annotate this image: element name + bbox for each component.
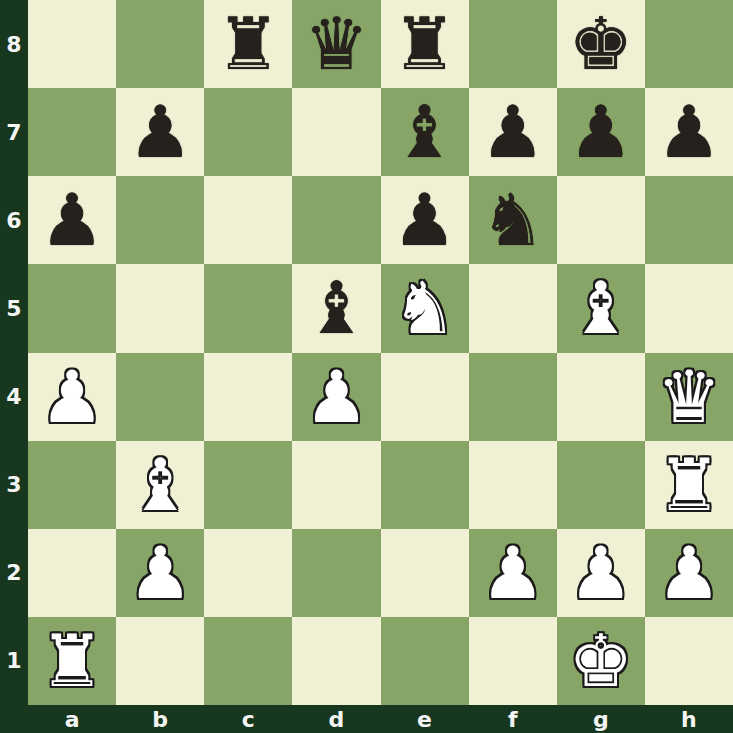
square-g3[interactable] bbox=[557, 441, 645, 529]
piece-black-pawn[interactable]: ♟ bbox=[657, 96, 722, 168]
piece-white-rook[interactable]: ♜ bbox=[40, 625, 105, 697]
square-h4[interactable]: ♛ bbox=[645, 353, 733, 441]
square-c1[interactable] bbox=[204, 617, 292, 705]
square-g1[interactable]: ♚ bbox=[557, 617, 645, 705]
square-f4[interactable] bbox=[469, 353, 557, 441]
square-g2[interactable]: ♟ bbox=[557, 529, 645, 617]
square-a1[interactable]: ♜ bbox=[28, 617, 116, 705]
square-c6[interactable] bbox=[204, 176, 292, 264]
piece-white-pawn[interactable]: ♟ bbox=[40, 361, 105, 433]
piece-black-bishop[interactable]: ♝ bbox=[392, 96, 457, 168]
square-b2[interactable]: ♟ bbox=[116, 529, 204, 617]
square-d6[interactable] bbox=[292, 176, 380, 264]
file-label-c: c bbox=[204, 705, 292, 733]
piece-black-rook[interactable]: ♜ bbox=[392, 8, 457, 80]
square-e8[interactable]: ♜ bbox=[381, 0, 469, 88]
square-b1[interactable] bbox=[116, 617, 204, 705]
file-label-d: d bbox=[292, 705, 380, 733]
square-e6[interactable]: ♟ bbox=[381, 176, 469, 264]
square-f5[interactable] bbox=[469, 264, 557, 352]
square-c2[interactable] bbox=[204, 529, 292, 617]
piece-black-bishop[interactable]: ♝ bbox=[304, 272, 369, 344]
chess-board: ♜♛♜♚♟♝♟♟♟♟♟♞♝♞♝♟♟♛♝♜♟♟♟♟♜♚ bbox=[28, 0, 733, 705]
square-f3[interactable] bbox=[469, 441, 557, 529]
square-e1[interactable] bbox=[381, 617, 469, 705]
square-d3[interactable] bbox=[292, 441, 380, 529]
piece-black-pawn[interactable]: ♟ bbox=[40, 184, 105, 256]
piece-black-pawn[interactable]: ♟ bbox=[480, 96, 545, 168]
square-f6[interactable]: ♞ bbox=[469, 176, 557, 264]
file-label-h: h bbox=[645, 705, 733, 733]
square-a4[interactable]: ♟ bbox=[28, 353, 116, 441]
square-a3[interactable] bbox=[28, 441, 116, 529]
square-a2[interactable] bbox=[28, 529, 116, 617]
square-c4[interactable] bbox=[204, 353, 292, 441]
square-e5[interactable]: ♞ bbox=[381, 264, 469, 352]
square-h2[interactable]: ♟ bbox=[645, 529, 733, 617]
file-label-b: b bbox=[116, 705, 204, 733]
file-label-f: f bbox=[469, 705, 557, 733]
square-c8[interactable]: ♜ bbox=[204, 0, 292, 88]
rank-label-4: 4 bbox=[0, 353, 28, 441]
square-b8[interactable] bbox=[116, 0, 204, 88]
rank-label-6: 6 bbox=[0, 176, 28, 264]
piece-black-pawn[interactable]: ♟ bbox=[128, 96, 193, 168]
chess-board-diagram: 87654321 ♜♛♜♚♟♝♟♟♟♟♟♞♝♞♝♟♟♛♝♜♟♟♟♟♜♚ abcd… bbox=[0, 0, 733, 733]
piece-black-queen[interactable]: ♛ bbox=[304, 8, 369, 80]
piece-white-knight[interactable]: ♞ bbox=[392, 272, 457, 344]
square-c3[interactable] bbox=[204, 441, 292, 529]
square-c7[interactable] bbox=[204, 88, 292, 176]
square-h8[interactable] bbox=[645, 0, 733, 88]
square-f7[interactable]: ♟ bbox=[469, 88, 557, 176]
piece-black-pawn[interactable]: ♟ bbox=[392, 184, 457, 256]
file-label-g: g bbox=[557, 705, 645, 733]
square-a6[interactable]: ♟ bbox=[28, 176, 116, 264]
board-corner bbox=[0, 705, 28, 733]
piece-black-king[interactable]: ♚ bbox=[569, 8, 634, 80]
square-b7[interactable]: ♟ bbox=[116, 88, 204, 176]
square-h5[interactable] bbox=[645, 264, 733, 352]
square-f1[interactable] bbox=[469, 617, 557, 705]
square-h1[interactable] bbox=[645, 617, 733, 705]
piece-white-pawn[interactable]: ♟ bbox=[128, 537, 193, 609]
piece-white-queen[interactable]: ♛ bbox=[657, 361, 722, 433]
square-d5[interactable]: ♝ bbox=[292, 264, 380, 352]
square-e4[interactable] bbox=[381, 353, 469, 441]
square-d8[interactable]: ♛ bbox=[292, 0, 380, 88]
file-label-e: e bbox=[381, 705, 469, 733]
square-h3[interactable]: ♜ bbox=[645, 441, 733, 529]
square-b6[interactable] bbox=[116, 176, 204, 264]
piece-black-pawn[interactable]: ♟ bbox=[569, 96, 634, 168]
rank-label-7: 7 bbox=[0, 88, 28, 176]
square-d2[interactable] bbox=[292, 529, 380, 617]
square-d7[interactable] bbox=[292, 88, 380, 176]
piece-white-rook[interactable]: ♜ bbox=[657, 449, 722, 521]
square-a5[interactable] bbox=[28, 264, 116, 352]
square-a8[interactable] bbox=[28, 0, 116, 88]
piece-white-bishop[interactable]: ♝ bbox=[128, 449, 193, 521]
square-g6[interactable] bbox=[557, 176, 645, 264]
square-f2[interactable]: ♟ bbox=[469, 529, 557, 617]
square-g4[interactable] bbox=[557, 353, 645, 441]
rank-label-2: 2 bbox=[0, 529, 28, 617]
piece-white-pawn[interactable]: ♟ bbox=[569, 537, 634, 609]
square-d4[interactable]: ♟ bbox=[292, 353, 380, 441]
square-g8[interactable]: ♚ bbox=[557, 0, 645, 88]
square-e7[interactable]: ♝ bbox=[381, 88, 469, 176]
square-a7[interactable] bbox=[28, 88, 116, 176]
rank-label-3: 3 bbox=[0, 441, 28, 529]
square-d1[interactable] bbox=[292, 617, 380, 705]
piece-white-pawn[interactable]: ♟ bbox=[657, 537, 722, 609]
piece-white-bishop[interactable]: ♝ bbox=[569, 272, 634, 344]
square-h6[interactable] bbox=[645, 176, 733, 264]
square-g5[interactable]: ♝ bbox=[557, 264, 645, 352]
square-e3[interactable] bbox=[381, 441, 469, 529]
piece-white-pawn[interactable]: ♟ bbox=[304, 361, 369, 433]
piece-white-king[interactable]: ♚ bbox=[569, 625, 634, 697]
piece-white-pawn[interactable]: ♟ bbox=[480, 537, 545, 609]
square-h7[interactable]: ♟ bbox=[645, 88, 733, 176]
square-c5[interactable] bbox=[204, 264, 292, 352]
rank-label-8: 8 bbox=[0, 0, 28, 88]
file-labels: abcdefgh bbox=[28, 705, 733, 733]
piece-black-knight[interactable]: ♞ bbox=[480, 184, 545, 256]
square-b4[interactable] bbox=[116, 353, 204, 441]
square-b3[interactable]: ♝ bbox=[116, 441, 204, 529]
square-f8[interactable] bbox=[469, 0, 557, 88]
file-label-a: a bbox=[28, 705, 116, 733]
rank-label-1: 1 bbox=[0, 617, 28, 705]
square-g7[interactable]: ♟ bbox=[557, 88, 645, 176]
square-b5[interactable] bbox=[116, 264, 204, 352]
rank-labels: 87654321 bbox=[0, 0, 28, 705]
rank-label-5: 5 bbox=[0, 264, 28, 352]
piece-black-rook[interactable]: ♜ bbox=[216, 8, 281, 80]
square-e2[interactable] bbox=[381, 529, 469, 617]
